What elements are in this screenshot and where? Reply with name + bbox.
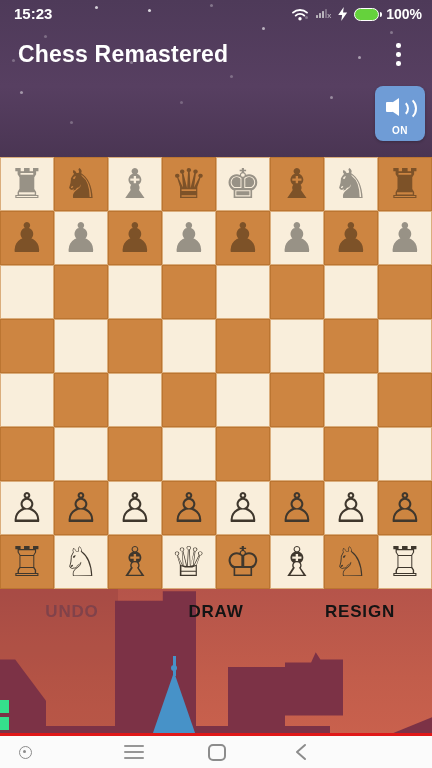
square-h6[interactable] [378, 265, 432, 319]
square-e2[interactable]: ♙ [216, 481, 270, 535]
white-pawn[interactable]: ♙ [225, 481, 262, 535]
square-e1[interactable]: ♔ [216, 535, 270, 589]
navigation-bar [0, 736, 432, 768]
square-c2[interactable]: ♙ [108, 481, 162, 535]
square-f8[interactable]: ♝ [270, 157, 324, 211]
window-light [0, 717, 9, 730]
white-pawn[interactable]: ♙ [333, 481, 370, 535]
square-e8[interactable]: ♚ [216, 157, 270, 211]
square-a4[interactable] [0, 373, 54, 427]
black-pawn[interactable]: ♟ [225, 211, 262, 265]
black-rook[interactable]: ♜ [9, 157, 46, 211]
window-light [0, 700, 9, 713]
white-pawn[interactable]: ♙ [387, 481, 424, 535]
black-pawn[interactable]: ♟ [387, 211, 424, 265]
square-f2[interactable]: ♙ [270, 481, 324, 535]
square-a5[interactable] [0, 319, 54, 373]
square-e6[interactable] [216, 265, 270, 319]
square-b8[interactable]: ♞ [54, 157, 108, 211]
square-b6[interactable] [54, 265, 108, 319]
square-g4[interactable] [324, 373, 378, 427]
white-queen[interactable]: ♕ [171, 535, 208, 589]
square-f1[interactable]: ♗ [270, 535, 324, 589]
white-rook[interactable]: ♖ [9, 535, 46, 589]
charging-bolt-icon [338, 7, 347, 21]
square-b7[interactable]: ♟ [54, 211, 108, 265]
white-knight[interactable]: ♘ [333, 535, 370, 589]
wifi-icon [291, 8, 309, 21]
square-d6[interactable] [162, 265, 216, 319]
white-pawn[interactable]: ♙ [9, 481, 46, 535]
square-f4[interactable] [270, 373, 324, 427]
square-d8[interactable]: ♛ [162, 157, 216, 211]
square-b1[interactable]: ♘ [54, 535, 108, 589]
black-pawn[interactable]: ♟ [333, 211, 370, 265]
undo-button[interactable]: UNDO [0, 589, 144, 635]
square-a6[interactable] [0, 265, 54, 319]
square-d5[interactable] [162, 319, 216, 373]
black-bishop[interactable]: ♝ [279, 157, 316, 211]
square-c6[interactable] [108, 265, 162, 319]
square-a8[interactable]: ♜ [0, 157, 54, 211]
square-g2[interactable]: ♙ [324, 481, 378, 535]
square-a7[interactable]: ♟ [0, 211, 54, 265]
square-f6[interactable] [270, 265, 324, 319]
white-king[interactable]: ♔ [225, 535, 262, 589]
sound-toggle-button[interactable]: ON [375, 86, 425, 141]
square-d7[interactable]: ♟ [162, 211, 216, 265]
square-h5[interactable] [378, 319, 432, 373]
home-icon[interactable] [204, 736, 230, 768]
white-rook[interactable]: ♖ [387, 535, 424, 589]
black-pawn[interactable]: ♟ [63, 211, 100, 265]
square-e4[interactable] [216, 373, 270, 427]
square-h3[interactable] [378, 427, 432, 481]
battery-percent: 100% [386, 6, 422, 22]
square-d3[interactable] [162, 427, 216, 481]
square-c8[interactable]: ♝ [108, 157, 162, 211]
black-rook[interactable]: ♜ [387, 157, 424, 211]
white-pawn[interactable]: ♙ [279, 481, 316, 535]
white-bishop[interactable]: ♗ [117, 535, 154, 589]
square-g3[interactable] [324, 427, 378, 481]
square-g6[interactable] [324, 265, 378, 319]
quick-ball-icon[interactable] [12, 736, 38, 768]
white-pawn[interactable]: ♙ [63, 481, 100, 535]
status-bar: 15:23 x 100% [0, 0, 432, 28]
square-h4[interactable] [378, 373, 432, 427]
square-h1[interactable]: ♖ [378, 535, 432, 589]
square-f3[interactable] [270, 427, 324, 481]
clock: 15:23 [14, 5, 52, 22]
white-pawn[interactable]: ♙ [117, 481, 154, 535]
recents-icon[interactable] [121, 736, 147, 768]
square-b4[interactable] [54, 373, 108, 427]
black-pawn[interactable]: ♟ [9, 211, 46, 265]
square-f7[interactable]: ♟ [270, 211, 324, 265]
black-bishop[interactable]: ♝ [117, 157, 154, 211]
header-background: 15:23 x 100% Chess Remastered [0, 0, 432, 157]
speaker-on-icon [386, 95, 416, 119]
kebab-menu-icon[interactable] [386, 42, 410, 70]
square-c3[interactable] [108, 427, 162, 481]
square-c7[interactable]: ♟ [108, 211, 162, 265]
white-bishop[interactable]: ♗ [279, 535, 316, 589]
black-knight[interactable]: ♞ [63, 157, 100, 211]
phone-screen: 15:23 x 100% Chess Remastered [0, 0, 432, 768]
square-d4[interactable] [162, 373, 216, 427]
app-title: Chess Remastered [18, 41, 228, 68]
square-f5[interactable] [270, 319, 324, 373]
black-king[interactable]: ♚ [225, 157, 262, 211]
white-knight[interactable]: ♘ [63, 535, 100, 589]
resign-button[interactable]: RESIGN [288, 589, 432, 635]
square-a1[interactable]: ♖ [0, 535, 54, 589]
square-e5[interactable] [216, 319, 270, 373]
draw-button[interactable]: DRAW [144, 589, 288, 635]
black-pawn[interactable]: ♟ [117, 211, 154, 265]
square-h7[interactable]: ♟ [378, 211, 432, 265]
square-h8[interactable]: ♜ [378, 157, 432, 211]
square-d1[interactable]: ♕ [162, 535, 216, 589]
square-e7[interactable]: ♟ [216, 211, 270, 265]
square-a3[interactable] [0, 427, 54, 481]
square-c5[interactable] [108, 319, 162, 373]
black-pawn[interactable]: ♟ [279, 211, 316, 265]
square-b5[interactable] [54, 319, 108, 373]
square-c1[interactable]: ♗ [108, 535, 162, 589]
black-queen[interactable]: ♛ [171, 157, 208, 211]
square-g5[interactable] [324, 319, 378, 373]
cellular-no-signal-icon: x [316, 8, 331, 20]
black-knight[interactable]: ♞ [333, 157, 370, 211]
square-g1[interactable]: ♘ [324, 535, 378, 589]
white-pawn[interactable]: ♙ [171, 481, 208, 535]
sound-state-label: ON [375, 125, 425, 136]
app-bar: Chess Remastered [0, 28, 432, 84]
square-h2[interactable]: ♙ [378, 481, 432, 535]
spire-silhouette [171, 665, 177, 671]
square-g7[interactable]: ♟ [324, 211, 378, 265]
square-c4[interactable] [108, 373, 162, 427]
square-d2[interactable]: ♙ [162, 481, 216, 535]
square-b2[interactable]: ♙ [54, 481, 108, 535]
square-g8[interactable]: ♞ [324, 157, 378, 211]
action-bar: UNDO DRAW RESIGN [0, 589, 432, 635]
square-b3[interactable] [54, 427, 108, 481]
black-pawn[interactable]: ♟ [171, 211, 208, 265]
square-a2[interactable]: ♙ [0, 481, 54, 535]
battery-icon [354, 8, 379, 21]
chess-board: ♜♞♝♛♚♝♞♜♟♟♟♟♟♟♟♟♙♙♙♙♙♙♙♙♖♘♗♕♔♗♘♖ [0, 157, 432, 589]
back-icon[interactable] [288, 736, 314, 768]
square-e3[interactable] [216, 427, 270, 481]
